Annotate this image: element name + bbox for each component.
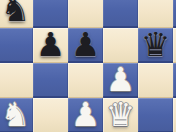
square-r2c2[interactable]: ♟	[33, 28, 68, 63]
chess-board-viewport: ♞♟♟♛♟♞♟♛	[0, 0, 176, 132]
square-r2c3[interactable]: ♟	[68, 28, 103, 63]
square-r4c3[interactable]: ♟	[68, 98, 103, 132]
square-r3c6[interactable]	[173, 63, 176, 98]
square-r1c5[interactable]	[138, 0, 173, 28]
white-queen-piece[interactable]: ♛	[106, 97, 136, 132]
square-r3c4[interactable]: ♟	[103, 63, 138, 98]
black-pawn-piece[interactable]: ♟	[71, 27, 101, 62]
square-r2c4[interactable]	[103, 28, 138, 63]
square-r1c2[interactable]	[33, 0, 68, 28]
white-pawn-piece[interactable]: ♟	[71, 97, 101, 132]
square-r1c6[interactable]	[173, 0, 176, 28]
square-r4c5[interactable]	[138, 98, 173, 132]
square-r3c3[interactable]	[68, 63, 103, 98]
square-r3c5[interactable]	[138, 63, 173, 98]
square-r1c4[interactable]	[103, 0, 138, 28]
chess-board: ♞♟♟♛♟♞♟♛	[0, 0, 176, 132]
square-r4c2[interactable]	[33, 98, 68, 132]
square-r2c1[interactable]	[0, 28, 33, 63]
square-r3c2[interactable]	[33, 63, 68, 98]
white-pawn-piece[interactable]: ♟	[106, 62, 136, 97]
black-pawn-piece[interactable]: ♟	[36, 27, 66, 62]
square-r4c4[interactable]: ♛	[103, 98, 138, 132]
white-knight-piece[interactable]: ♞	[1, 97, 31, 132]
square-r4c1[interactable]: ♞	[0, 98, 33, 132]
square-r2c6[interactable]	[173, 28, 176, 63]
square-r4c6[interactable]	[173, 98, 176, 132]
square-r3c1[interactable]	[0, 63, 33, 98]
square-r1c1[interactable]: ♞	[0, 0, 33, 28]
square-r2c5[interactable]: ♛	[138, 28, 173, 63]
square-r1c3[interactable]	[68, 0, 103, 28]
black-queen-piece[interactable]: ♛	[141, 27, 171, 62]
black-knight-piece[interactable]: ♞	[1, 0, 31, 27]
